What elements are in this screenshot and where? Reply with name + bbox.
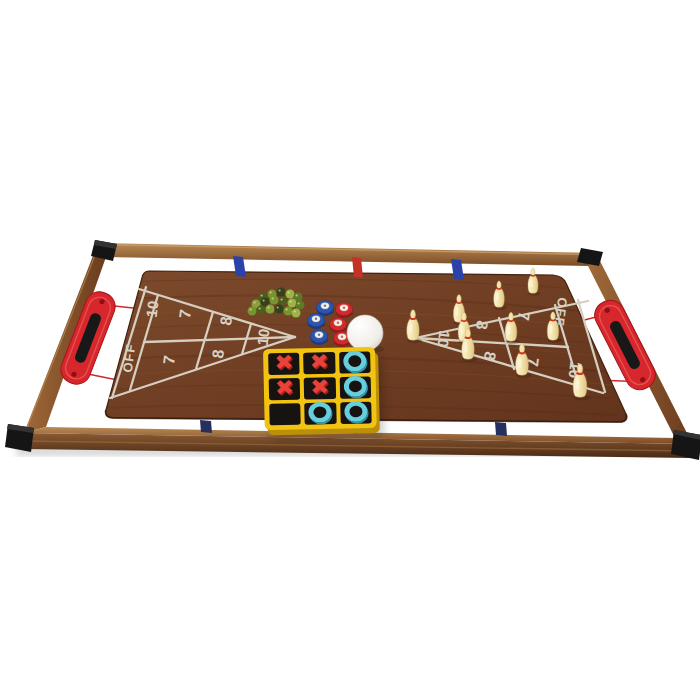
x-piece[interactable]: ✖ bbox=[310, 376, 330, 397]
strap-blue-bottom-left bbox=[200, 420, 212, 433]
ttt-cell-r0c0[interactable]: ✖ bbox=[268, 353, 300, 375]
ttt-cell-r2c0[interactable] bbox=[269, 403, 301, 425]
court-left-10-apex: 10 bbox=[254, 328, 273, 347]
x-piece[interactable]: ✖ bbox=[274, 352, 294, 373]
ttt-cell-r1c0[interactable]: ✖ bbox=[269, 378, 301, 400]
ttt-cell-r0c2[interactable] bbox=[339, 351, 371, 373]
ttt-cell-r1c1[interactable]: ✖ bbox=[304, 377, 336, 399]
court-right-10-apex: 10 bbox=[435, 330, 454, 349]
x-piece[interactable]: ✖ bbox=[275, 377, 295, 398]
o-piece[interactable] bbox=[343, 350, 366, 371]
o-piece[interactable] bbox=[344, 400, 367, 421]
strap-blue-bottom-right bbox=[495, 422, 507, 436]
product-photo-scene: 10 OFF 7 7 8 8 10 10 8 8 7 7 OFF 10 bbox=[0, 0, 700, 700]
ttt-cell-r0c1[interactable]: ✖ bbox=[303, 352, 335, 374]
ttt-cell-r1c2[interactable] bbox=[339, 377, 371, 399]
x-piece[interactable]: ✖ bbox=[309, 351, 329, 372]
ttt-cell-r2c1[interactable] bbox=[305, 402, 337, 424]
o-piece[interactable] bbox=[343, 375, 366, 396]
ttt-cell-r2c2[interactable] bbox=[340, 402, 372, 424]
o-piece[interactable] bbox=[309, 401, 332, 422]
tic-tac-toe-board: ✖ ✖ ✖ ✖ bbox=[263, 347, 377, 430]
court-left-10off-10: 10 bbox=[143, 300, 162, 319]
